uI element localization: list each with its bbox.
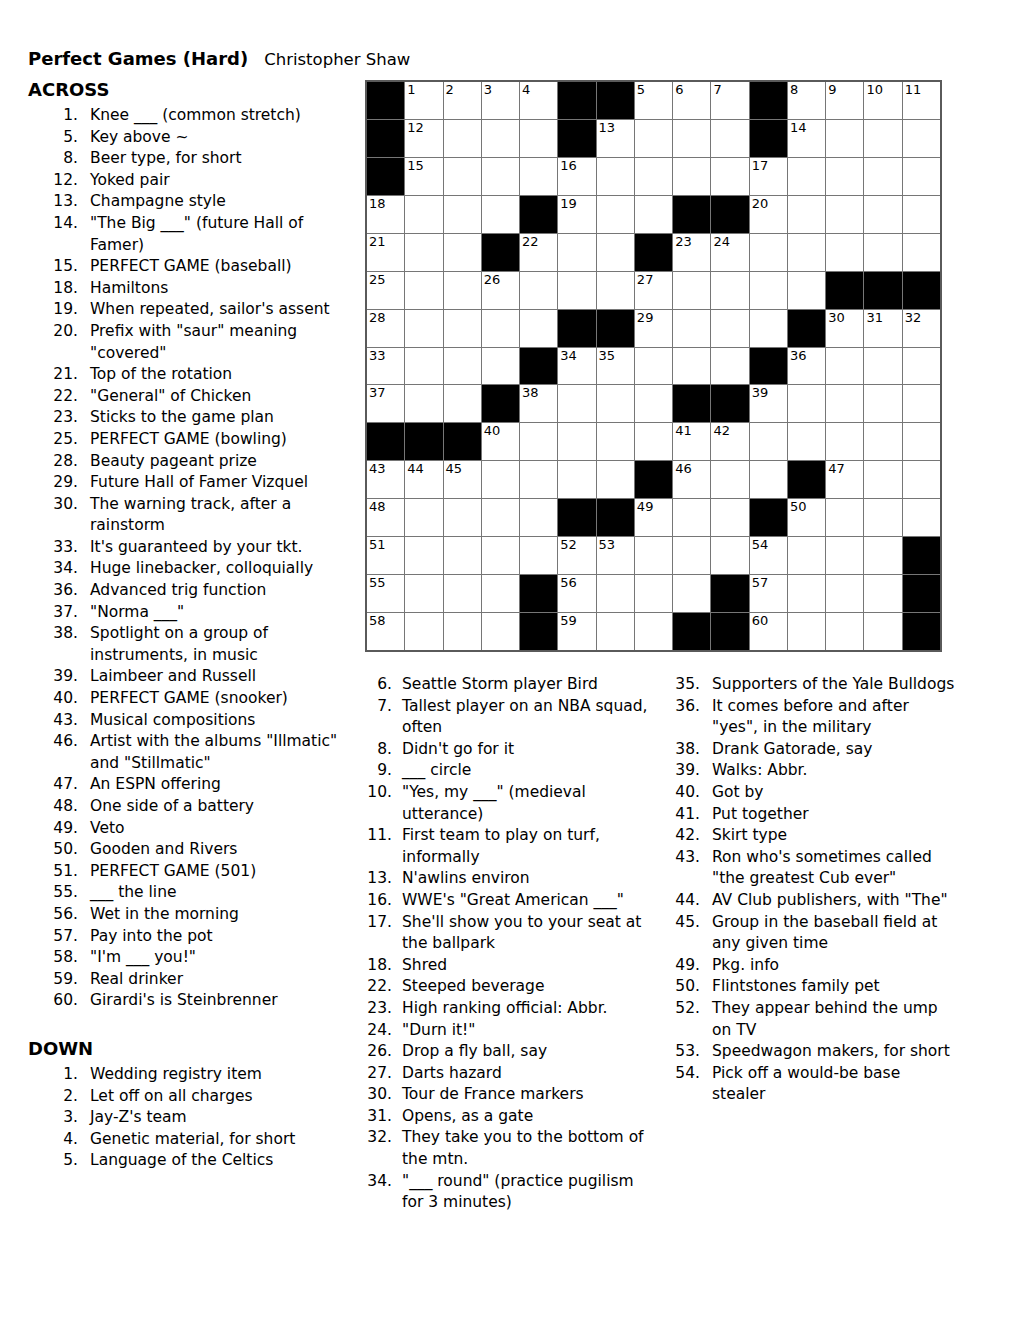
grid-cell[interactable]: 32 [903,310,940,347]
cell-number: 13 [599,120,616,135]
grid-cell[interactable] [520,537,557,574]
clue-text: Got by [712,782,957,804]
clue-text: "I'm ___ you!" [90,947,345,969]
grid-cell[interactable]: 20 [750,196,787,233]
clue-text: N'awlins environ [402,868,652,890]
grid-cell[interactable] [405,348,442,385]
grid-cell[interactable]: 41 [673,423,710,460]
clue-text: Darts hazard [402,1063,652,1085]
grid-cell[interactable]: 9 [826,82,863,119]
clue-text: Flintstones family pet [712,976,957,998]
clue-item: 2.Let off on all charges [28,1086,362,1108]
grid-cell[interactable] [482,537,519,574]
cell-number: 28 [369,310,386,325]
grid-cell[interactable] [864,120,901,157]
grid-cell[interactable]: 15 [405,158,442,195]
clue-number: 57. [28,926,90,948]
grid-cell[interactable] [597,613,634,650]
cell-number: 57 [752,575,769,590]
grid-cell[interactable]: 26 [482,272,519,309]
grid-cell[interactable] [520,158,557,195]
grid-cell[interactable]: 57 [750,575,787,612]
clue-item: 12.Yoked pair [28,170,362,192]
clue-number: 18. [28,278,90,300]
clue-item: 23.Sticks to the game plan [28,407,362,429]
grid-cell[interactable] [673,120,710,157]
grid-cell[interactable]: 12 [405,120,442,157]
clue-item: 26.Drop a fly ball, say [362,1041,662,1063]
grid-cell[interactable] [788,158,825,195]
clue-item: 42.Skirt type [670,825,970,847]
grid-cell[interactable] [864,196,901,233]
black-square [864,272,901,309]
grid-cell[interactable]: 46 [673,461,710,498]
clue-text: They appear behind the ump on TV [712,998,957,1041]
grid-cell[interactable] [444,234,481,271]
grid-cell[interactable] [635,196,672,233]
grid-cell[interactable] [788,196,825,233]
grid-cell[interactable] [597,158,634,195]
down-clue-list-right: 35.Supporters of the Yale Bulldogs36.It … [670,674,970,1106]
grid-cell[interactable] [405,499,442,536]
clue-item: 11.First team to play on turf, informall… [362,825,662,868]
grid-cell[interactable]: 44 [405,461,442,498]
grid-cell[interactable] [444,575,481,612]
grid-cell[interactable]: 42 [711,423,748,460]
clue-text: Tour de France markers [402,1084,652,1106]
grid-cell[interactable] [405,234,442,271]
grid-cell[interactable] [520,461,557,498]
grid-cell[interactable] [482,196,519,233]
grid-cell[interactable] [520,272,557,309]
black-square [750,499,787,536]
clue-number: 8. [28,148,90,170]
clue-number: 5. [28,1150,90,1172]
clue-text: Drank Gatorade, say [712,739,957,761]
clue-item: 20.Prefix with "saur" meaning "covered" [28,321,362,364]
clue-number: 48. [28,796,90,818]
clue-number: 50. [670,976,712,998]
grid-cell[interactable] [635,613,672,650]
clue-number: 26. [362,1041,402,1063]
grid-cell[interactable] [597,385,634,422]
grid-cell[interactable]: 56 [558,575,595,612]
grid-cell[interactable]: 3 [482,82,519,119]
grid-cell[interactable] [864,423,901,460]
clue-text: Jay-Z's team [90,1107,345,1129]
grid-cell[interactable] [903,461,940,498]
grid-cell[interactable] [903,158,940,195]
grid-cell[interactable]: 19 [558,196,595,233]
grid-cell[interactable]: 27 [635,272,672,309]
grid-cell[interactable] [482,120,519,157]
grid-cell[interactable]: 17 [750,158,787,195]
grid-cell[interactable]: 6 [673,82,710,119]
clue-text: Walks: Abbr. [712,760,957,782]
grid-cell[interactable] [750,310,787,347]
clue-number: 7. [362,696,402,739]
grid-cell[interactable]: 39 [750,385,787,422]
grid-cell[interactable]: 49 [635,499,672,536]
grid-cell[interactable] [558,385,595,422]
grid-cell[interactable] [864,537,901,574]
grid-cell[interactable]: 31 [864,310,901,347]
grid-cell[interactable] [405,613,442,650]
grid-cell[interactable]: 4 [520,82,557,119]
clue-item: 41.Put together [670,804,970,826]
clue-text: First team to play on turf, informally [402,825,652,868]
clue-item: 36.It comes before and after "yes", in t… [670,696,970,739]
grid-cell[interactable] [597,234,634,271]
clue-item: 55.___ the line [28,882,362,904]
clue-number: 49. [670,955,712,977]
clue-number: 21. [28,364,90,386]
grid-cell[interactable] [788,272,825,309]
clue-text: "General" of Chicken [90,386,345,408]
grid-cell[interactable] [788,537,825,574]
clue-text: Beauty pageant prize [90,451,345,473]
clue-number: 23. [28,407,90,429]
grid-cell[interactable] [520,423,557,460]
grid-cell[interactable] [711,499,748,536]
grid-cell[interactable] [673,272,710,309]
cell-number: 41 [675,423,692,438]
grid-cell[interactable] [482,158,519,195]
black-square [367,120,404,157]
grid-cell[interactable] [711,272,748,309]
clue-item: 43.Ron who's sometimes called "the great… [670,847,970,890]
grid-cell[interactable]: 60 [750,613,787,650]
grid-cell[interactable] [864,385,901,422]
grid-cell[interactable] [711,158,748,195]
clue-text: Gooden and Rivers [90,839,345,861]
clue-text: It's guaranteed by your tkt. [90,537,345,559]
grid-cell[interactable]: 2 [444,82,481,119]
black-square [711,385,748,422]
clue-number: 37. [28,602,90,624]
clue-item: 18.Shred [362,955,662,977]
cell-number: 18 [369,196,386,211]
grid-cell[interactable] [635,348,672,385]
grid-cell[interactable]: 18 [367,196,404,233]
grid-cell[interactable] [673,575,710,612]
grid-cell[interactable] [826,575,863,612]
clue-text: PERFECT GAME (snooker) [90,688,345,710]
grid-cell[interactable]: 40 [482,423,519,460]
clue-number: 41. [670,804,712,826]
grid-cell[interactable]: 23 [673,234,710,271]
black-square [520,348,557,385]
grid-cell[interactable] [673,537,710,574]
clue-item: 33.It's guaranteed by your tkt. [28,537,362,559]
grid-cell[interactable] [711,120,748,157]
grid-cell[interactable] [826,196,863,233]
grid-cell[interactable]: 53 [597,537,634,574]
clue-item: 35.Supporters of the Yale Bulldogs [670,674,970,696]
grid-cell[interactable] [903,385,940,422]
grid-cell[interactable] [826,158,863,195]
grid-cell[interactable]: 21 [367,234,404,271]
clue-number: 14. [28,213,90,256]
puzzle-author: Christopher Shaw [264,50,410,69]
grid-cell[interactable] [444,310,481,347]
grid-cell[interactable] [635,158,672,195]
clue-number: 25. [28,429,90,451]
clue-item: 43.Musical compositions [28,710,362,732]
grid-cell[interactable]: 33 [367,348,404,385]
grid-cell[interactable] [750,272,787,309]
grid-cell[interactable] [558,423,595,460]
grid-cell[interactable] [405,272,442,309]
grid-cell[interactable] [635,537,672,574]
grid-cell[interactable] [673,310,710,347]
grid-cell[interactable] [558,234,595,271]
grid-cell[interactable] [444,499,481,536]
clue-text: High ranking official: Abbr. [402,998,652,1020]
grid-cell[interactable]: 58 [367,613,404,650]
grid-cell[interactable] [482,499,519,536]
grid-cell[interactable]: 11 [903,82,940,119]
grid-cell[interactable] [826,537,863,574]
grid-cell[interactable] [788,613,825,650]
grid-cell[interactable] [826,348,863,385]
grid-cell[interactable] [405,537,442,574]
grid-cell[interactable] [405,385,442,422]
grid-cell[interactable] [635,575,672,612]
grid-cell[interactable]: 25 [367,272,404,309]
grid-cell[interactable] [903,120,940,157]
grid-cell[interactable] [826,499,863,536]
grid-cell[interactable] [444,537,481,574]
grid-cell[interactable] [444,613,481,650]
grid-cell[interactable] [673,348,710,385]
black-square [903,613,940,650]
grid-cell[interactable] [444,196,481,233]
grid-cell[interactable]: 51 [367,537,404,574]
grid-cell[interactable] [635,385,672,422]
grid-cell[interactable] [788,385,825,422]
grid-cell[interactable]: 30 [826,310,863,347]
grid-cell[interactable]: 28 [367,310,404,347]
grid-cell[interactable] [826,234,863,271]
clue-number: 36. [670,696,712,739]
clue-item: 25.PERFECT GAME (bowling) [28,429,362,451]
grid-cell[interactable]: 10 [864,82,901,119]
clue-text: She'll show you to your seat at the ball… [402,912,652,955]
grid-cell[interactable] [864,234,901,271]
grid-cell[interactable]: 13 [597,120,634,157]
clue-text: Top of the rotation [90,364,345,386]
grid-cell[interactable]: 14 [788,120,825,157]
clue-item: 49.Pkg. info [670,955,970,977]
clue-item: 34.Huge linebacker, colloquially [28,558,362,580]
grid-cell[interactable] [903,348,940,385]
grid-cell[interactable] [826,613,863,650]
black-square [482,234,519,271]
grid-cell[interactable] [903,234,940,271]
grid-cell[interactable] [597,575,634,612]
clue-item: 4.Genetic material, for short [28,1129,362,1151]
grid-cell[interactable] [597,196,634,233]
cell-number: 9 [828,82,836,97]
clue-text: Shred [402,955,652,977]
grid-cell[interactable]: 29 [635,310,672,347]
clue-item: 30.The warning track, after a rainstorm [28,494,362,537]
grid-cell[interactable] [482,575,519,612]
grid-cell[interactable] [444,385,481,422]
grid-cell[interactable] [864,613,901,650]
grid-cell[interactable]: 52 [558,537,595,574]
grid-cell[interactable] [750,423,787,460]
grid-cell[interactable]: 43 [367,461,404,498]
grid-cell[interactable] [635,423,672,460]
clue-number: 4. [28,1129,90,1151]
grid-cell[interactable]: 5 [635,82,672,119]
clue-text: Beer type, for short [90,148,345,170]
cell-number: 33 [369,348,386,363]
crossword-grid[interactable]: 1234567891011121314151617181920212223242… [365,80,942,652]
grid-cell[interactable] [520,120,557,157]
clue-number: 3. [28,1107,90,1129]
clue-number: 9. [362,760,402,782]
grid-cell[interactable]: 47 [826,461,863,498]
grid-cell[interactable] [826,385,863,422]
grid-cell[interactable]: 45 [444,461,481,498]
grid-cell[interactable] [788,423,825,460]
clue-item: 1.Knee ___ (common stretch) [28,105,362,127]
grid-cell[interactable]: 24 [711,234,748,271]
grid-cell[interactable]: 16 [558,158,595,195]
grid-cell[interactable] [826,120,863,157]
clue-item: 28.Beauty pageant prize [28,451,362,473]
grid-cell[interactable] [711,348,748,385]
clue-item: 47.An ESPN offering [28,774,362,796]
grid-cell[interactable]: 55 [367,575,404,612]
clue-text: Let off on all charges [90,1086,345,1108]
grid-cell[interactable] [864,158,901,195]
grid-cell[interactable]: 22 [520,234,557,271]
cell-number: 23 [675,234,692,249]
grid-cell[interactable] [405,310,442,347]
black-square [750,82,787,119]
grid-cell[interactable] [558,461,595,498]
cell-number: 39 [752,385,769,400]
clue-number: 16. [362,890,402,912]
clue-number: 53. [670,1041,712,1063]
grid-cell[interactable] [864,499,901,536]
grid-cell[interactable]: 34 [558,348,595,385]
title-row: Perfect Games (Hard) Christopher Shaw [28,48,410,69]
clue-number: 42. [670,825,712,847]
grid-cell[interactable] [903,196,940,233]
clue-number: 59. [28,969,90,991]
grid-cell[interactable]: 7 [711,82,748,119]
clue-text: One side of a battery [90,796,345,818]
clue-item: 32.They take you to the bottom of the mt… [362,1127,662,1170]
clue-number: 52. [670,998,712,1041]
clue-item: 48.One side of a battery [28,796,362,818]
cell-number: 35 [599,348,616,363]
grid-cell[interactable] [482,348,519,385]
grid-cell[interactable] [711,310,748,347]
grid-cell[interactable]: 36 [788,348,825,385]
grid-cell[interactable] [444,120,481,157]
grid-cell[interactable] [444,272,481,309]
grid-cell[interactable] [750,234,787,271]
clue-number: 51. [28,861,90,883]
grid-cell[interactable] [405,575,442,612]
grid-cell[interactable] [864,348,901,385]
grid-cell[interactable] [444,158,481,195]
grid-cell[interactable] [405,196,442,233]
grid-cell[interactable] [482,613,519,650]
grid-cell[interactable] [597,423,634,460]
grid-cell[interactable] [673,499,710,536]
grid-cell[interactable] [482,310,519,347]
clue-text: Steeped beverage [402,976,652,998]
cell-number: 48 [369,499,386,514]
clue-item: 1.Wedding registry item [28,1064,362,1086]
grid-cell[interactable] [482,461,519,498]
clue-number: 43. [670,847,712,890]
grid-cell[interactable] [711,537,748,574]
grid-cell[interactable] [788,234,825,271]
clue-text: Pay into the pot [90,926,345,948]
grid-cell[interactable] [673,158,710,195]
grid-cell[interactable]: 35 [597,348,634,385]
grid-cell[interactable] [520,499,557,536]
cell-number: 8 [790,82,798,97]
clue-item: 37."Norma ___" [28,602,362,624]
grid-cell[interactable] [826,423,863,460]
clue-number: 30. [362,1084,402,1106]
grid-cell[interactable] [750,461,787,498]
grid-cell[interactable] [864,461,901,498]
grid-cell[interactable]: 50 [788,499,825,536]
down-clue-list-left: 1.Wedding registry item2.Let off on all … [28,1064,362,1172]
black-square [558,120,595,157]
grid-cell[interactable] [444,348,481,385]
grid-cell[interactable] [864,575,901,612]
grid-cell[interactable] [597,461,634,498]
clue-item: 19.When repeated, sailor's assent [28,299,362,321]
clue-text: Huge linebacker, colloquially [90,558,345,580]
grid-cell[interactable] [635,120,672,157]
grid-cell[interactable] [903,499,940,536]
grid-cell[interactable]: 8 [788,82,825,119]
grid-cell[interactable] [520,310,557,347]
grid-cell[interactable]: 1 [405,82,442,119]
clue-text: Group in the baseball field at any given… [712,912,957,955]
cell-number: 14 [790,120,807,135]
grid-cell[interactable] [597,272,634,309]
grid-cell[interactable]: 37 [367,385,404,422]
grid-cell[interactable]: 59 [558,613,595,650]
grid-cell[interactable]: 54 [750,537,787,574]
clue-item: 24."Durn it!" [362,1020,662,1042]
clue-text: Skirt type [712,825,957,847]
grid-cell[interactable]: 48 [367,499,404,536]
clue-item: 46.Artist with the albums "Illmatic" and… [28,731,362,774]
cell-number: 12 [407,120,424,135]
cell-number: 7 [713,82,721,97]
grid-cell[interactable] [903,423,940,460]
clue-number: 27. [362,1063,402,1085]
grid-cell[interactable] [788,575,825,612]
grid-cell[interactable]: 38 [520,385,557,422]
grid-cell[interactable] [558,272,595,309]
grid-cell[interactable] [711,461,748,498]
